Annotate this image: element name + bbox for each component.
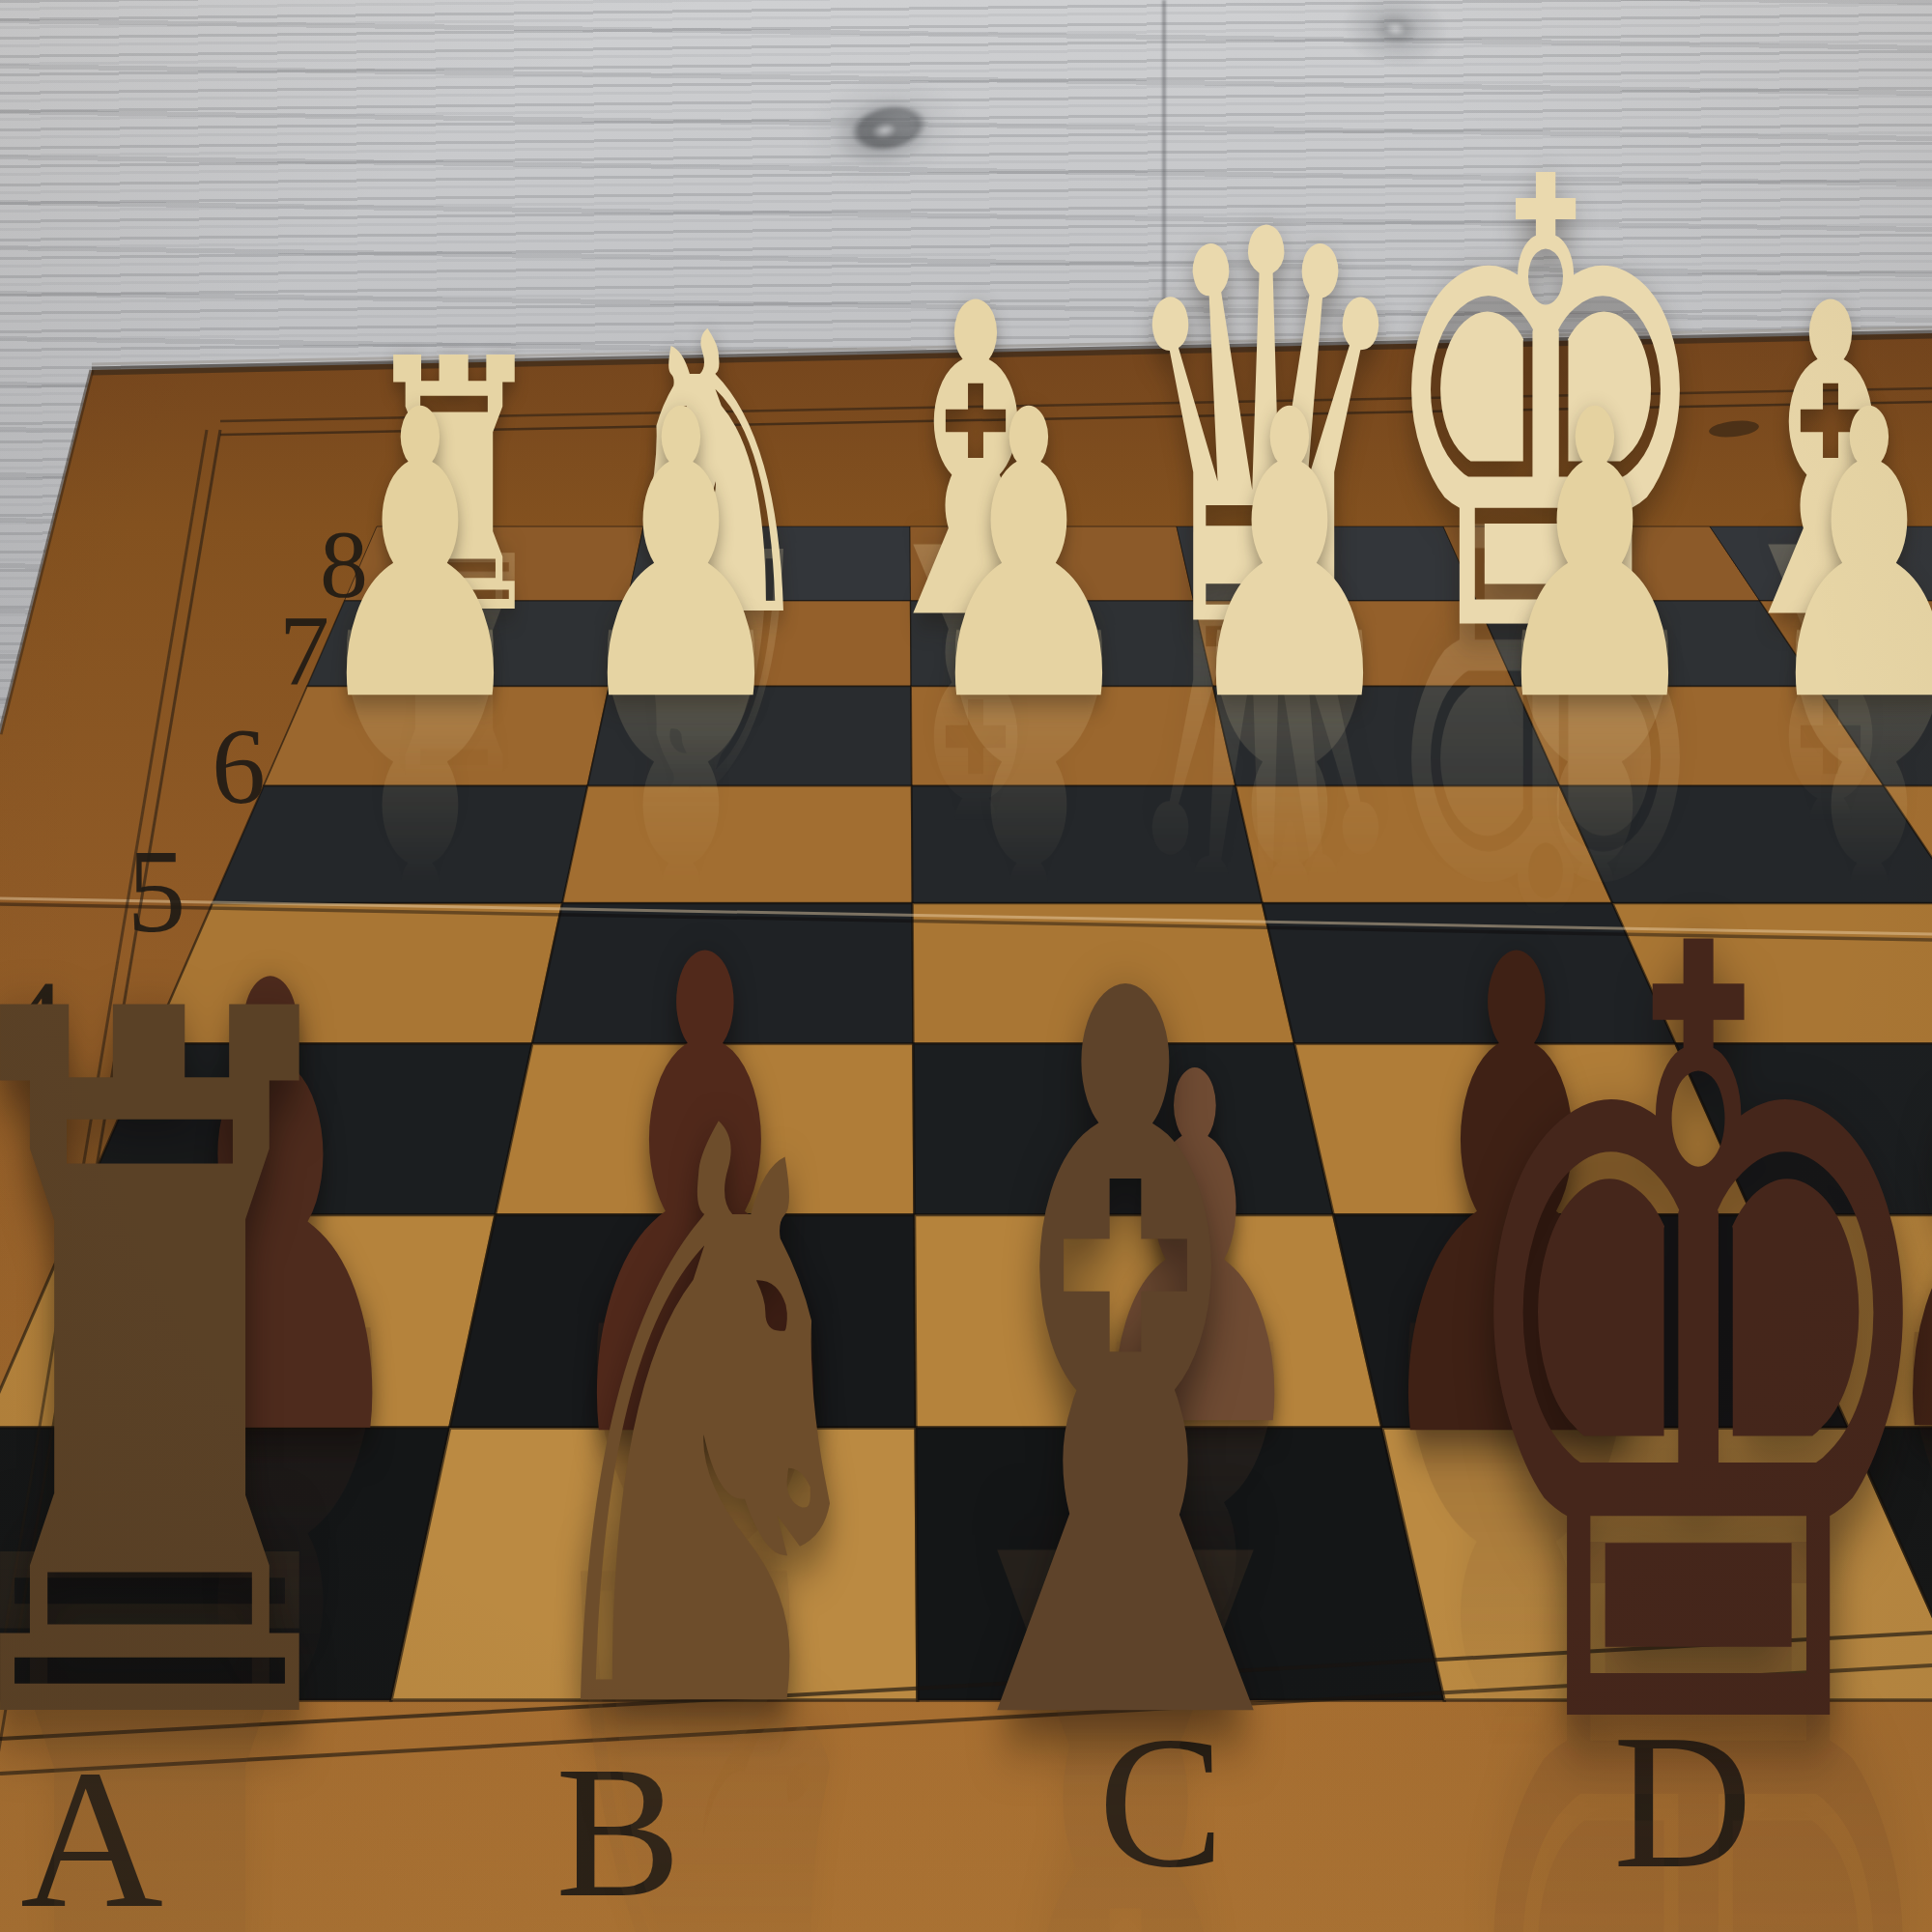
piece-light-pawn-f7[interactable]: ♟	[1759, 359, 1932, 755]
piece-light-pawn-c7[interactable]: ♟	[919, 359, 1139, 755]
rank-label-6: 6	[212, 706, 266, 826]
photo-scene: ABCD87654 ♜♞♝♛♚♝♟♟♟♟♟♟♟♟♟♟♟♜♞♝♚♛	[0, 0, 1932, 1932]
piece-dark-queen-e1[interactable]: ♛	[1871, 853, 1932, 1867]
piece-dark-rook-a1[interactable]: ♜	[0, 892, 387, 1858]
piece-light-pawn-a7[interactable]: ♟	[310, 359, 530, 755]
piece-dark-king-d1[interactable]: ♚	[1435, 815, 1932, 1878]
piece-dark-knight-b1[interactable]: ♞	[510, 1029, 900, 1821]
piece-light-pawn-e7[interactable]: ♟	[1485, 359, 1705, 755]
piece-light-pawn-b7[interactable]: ♟	[571, 359, 791, 755]
piece-light-pawn-d7[interactable]: ♟	[1179, 359, 1400, 755]
piece-dark-bishop-c1[interactable]: ♝	[880, 868, 1371, 1863]
